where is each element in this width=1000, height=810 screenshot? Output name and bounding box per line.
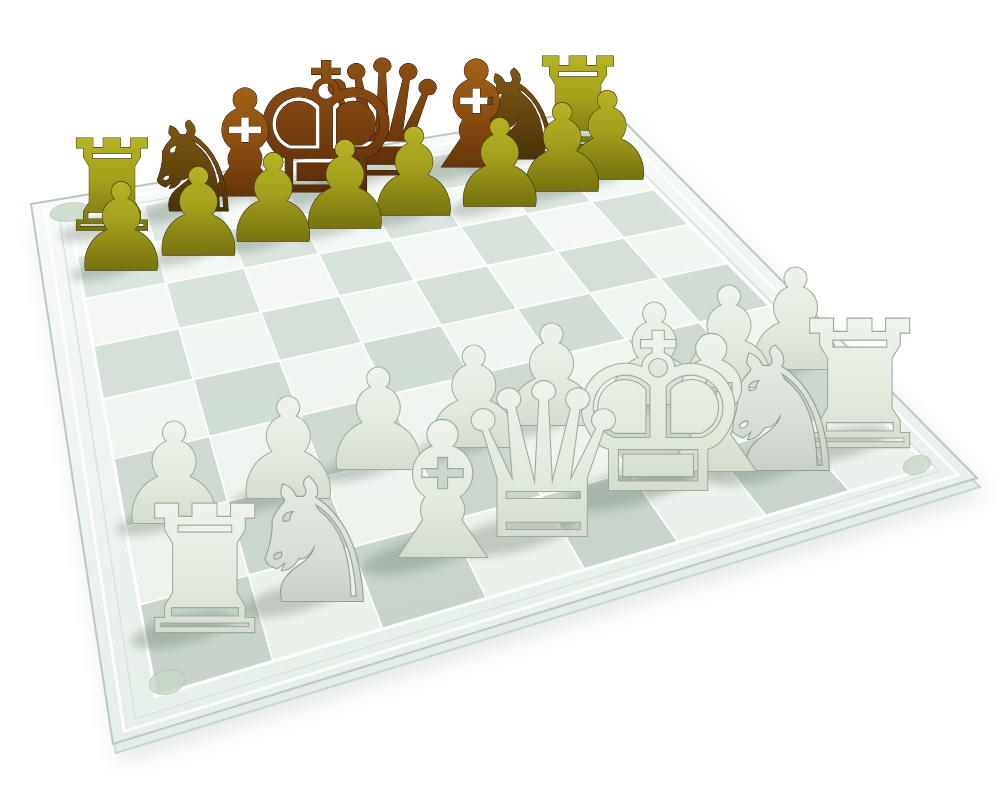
piece-white-rook-a1[interactable]: ♜ [126,469,284,674]
glass-chess-set-photo: ♜♞♝♛♟♟♚♝♟♞♟♟♜♟♟♟♟♟♟♟♟♜♟♞♝♚♟♟♛♝♞♜ [0,0,1000,810]
chess-board-svg: ♜♞♝♛♟♟♚♝♟♞♟♟♜♟♟♟♟♟♟♟♟♜♟♞♝♚♟♟♛♝♞♜ [0,0,1000,810]
piece-amber-pawn-a7[interactable]: ♟ [67,158,175,299]
